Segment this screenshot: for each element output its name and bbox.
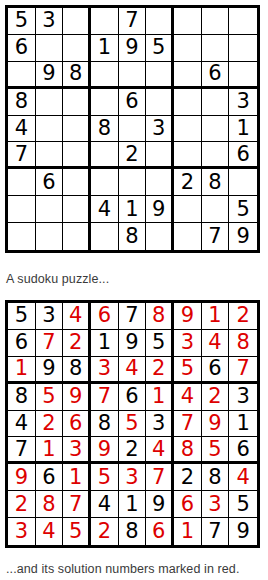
puzzle-cell-r8c8	[202, 196, 230, 223]
puzzle-cell-r3c3: 8	[63, 62, 91, 89]
puzzle-cell-r4c4	[91, 89, 119, 116]
solution-cell-r7c4: 5	[91, 464, 119, 491]
solution-cell-r6c7: 8	[174, 437, 202, 464]
puzzle-cell-r5c5	[119, 116, 147, 143]
puzzle-cell-r3c2: 9	[36, 62, 64, 89]
solution-cell-r5c5: 5	[119, 411, 147, 438]
puzzle-cell-r2c9	[229, 35, 257, 62]
puzzle-cell-r8c9: 5	[229, 196, 257, 223]
solution-cell-r1c2: 3	[36, 303, 64, 330]
puzzle-cell-r5c6: 3	[146, 116, 174, 143]
puzzle-cell-r7c6	[146, 169, 174, 196]
puzzle-cell-r3c4	[91, 62, 119, 89]
puzzle-cell-r4c6	[146, 89, 174, 116]
puzzle-cell-r2c2	[36, 35, 64, 62]
puzzle-cell-r1c4	[91, 8, 119, 35]
solution-cell-r3c2: 9	[36, 357, 64, 384]
puzzle-cell-r3c7	[174, 62, 202, 89]
puzzle-cell-r7c9	[229, 169, 257, 196]
solution-cell-r3c7: 5	[174, 357, 202, 384]
puzzle-cell-r5c7	[174, 116, 202, 143]
solution-cell-r6c3: 3	[63, 437, 91, 464]
solution-cell-r2c3: 2	[63, 330, 91, 357]
solution-cell-r7c1: 9	[8, 464, 36, 491]
solution-cell-r1c8: 1	[202, 303, 230, 330]
solution-cell-r9c7: 1	[174, 518, 202, 545]
puzzle-cell-r9c1	[8, 223, 36, 250]
puzzle-cell-r9c5: 8	[119, 223, 147, 250]
solution-cell-r3c3: 8	[63, 357, 91, 384]
puzzle-cell-r5c1: 4	[8, 116, 36, 143]
solution-cell-r6c2: 1	[36, 437, 64, 464]
solution-cell-r9c5: 8	[119, 518, 147, 545]
puzzle-cell-r6c8	[202, 142, 230, 169]
puzzle-cell-r7c4	[91, 169, 119, 196]
solution-cell-r9c9: 9	[229, 518, 257, 545]
puzzle-cell-r2c6: 5	[146, 35, 174, 62]
solution-cell-r5c8: 9	[202, 411, 230, 438]
solution-cell-r2c6: 5	[146, 330, 174, 357]
puzzle-cell-r1c7	[174, 8, 202, 35]
puzzle-cell-r7c3	[63, 169, 91, 196]
solution-cell-r4c3: 9	[63, 384, 91, 411]
solution-cell-r5c4: 8	[91, 411, 119, 438]
puzzle-cell-r1c9	[229, 8, 257, 35]
solution-cell-r7c2: 6	[36, 464, 64, 491]
solution-cell-r8c5: 1	[119, 491, 147, 518]
puzzle-cell-r4c2	[36, 89, 64, 116]
puzzle-cell-r2c1: 6	[8, 35, 36, 62]
puzzle-cell-r7c7: 2	[174, 169, 202, 196]
solution-cell-r8c7: 6	[174, 491, 202, 518]
puzzle-cell-r1c1: 5	[8, 8, 36, 35]
solution-cell-r1c3: 4	[63, 303, 91, 330]
puzzle-cell-r5c9: 1	[229, 116, 257, 143]
puzzle-cell-r2c3	[63, 35, 91, 62]
solution-cell-r2c2: 7	[36, 330, 64, 357]
sudoku-puzzle-grid: 537619598686348317266284195879	[5, 5, 260, 253]
solution-cell-r5c9: 1	[229, 411, 257, 438]
solution-cell-r2c1: 6	[8, 330, 36, 357]
solution-cell-r3c4: 3	[91, 357, 119, 384]
solution-cell-r1c9: 2	[229, 303, 257, 330]
solution-cell-r9c2: 4	[36, 518, 64, 545]
solution-cell-r7c9: 4	[229, 464, 257, 491]
solution-cell-r5c2: 2	[36, 411, 64, 438]
puzzle-cell-r6c1: 7	[8, 142, 36, 169]
solution-cell-r5c1: 4	[8, 411, 36, 438]
solution-cell-r2c4: 1	[91, 330, 119, 357]
solution-cell-r6c6: 4	[146, 437, 174, 464]
solution-cell-r4c9: 3	[229, 384, 257, 411]
solution-cell-r8c2: 8	[36, 491, 64, 518]
puzzle-cell-r9c2	[36, 223, 64, 250]
puzzle-cell-r8c6: 9	[146, 196, 174, 223]
solution-cell-r2c9: 8	[229, 330, 257, 357]
solution-cell-r6c4: 9	[91, 437, 119, 464]
puzzle-cell-r6c5: 2	[119, 142, 147, 169]
solution-cell-r1c4: 6	[91, 303, 119, 330]
solution-cell-r4c7: 4	[174, 384, 202, 411]
solution-cell-r8c1: 2	[8, 491, 36, 518]
puzzle-cell-r3c6	[146, 62, 174, 89]
puzzle-cell-r7c1	[8, 169, 36, 196]
puzzle-cell-r9c6	[146, 223, 174, 250]
puzzle-cell-r3c1	[8, 62, 36, 89]
solution-cell-r9c8: 7	[202, 518, 230, 545]
solution-cell-r5c6: 3	[146, 411, 174, 438]
solution-cell-r7c7: 2	[174, 464, 202, 491]
solution-cell-r3c5: 4	[119, 357, 147, 384]
puzzle-cell-r4c9: 3	[229, 89, 257, 116]
puzzle-cell-r7c8: 8	[202, 169, 230, 196]
puzzle-cell-r4c5: 6	[119, 89, 147, 116]
solution-cell-r9c3: 5	[63, 518, 91, 545]
solution-cell-r4c2: 5	[36, 384, 64, 411]
puzzle-cell-r3c9	[229, 62, 257, 89]
puzzle-cell-r6c3	[63, 142, 91, 169]
puzzle-cell-r8c5: 1	[119, 196, 147, 223]
solution-cell-r8c6: 9	[146, 491, 174, 518]
solution-cell-r2c7: 3	[174, 330, 202, 357]
solution-cell-r4c8: 2	[202, 384, 230, 411]
puzzle-cell-r8c1	[8, 196, 36, 223]
puzzle-cell-r6c2	[36, 142, 64, 169]
puzzle-cell-r9c9: 9	[229, 223, 257, 250]
solution-cell-r8c8: 3	[202, 491, 230, 518]
solution-cell-r2c8: 4	[202, 330, 230, 357]
puzzle-cell-r5c4: 8	[91, 116, 119, 143]
puzzle-cell-r5c8	[202, 116, 230, 143]
puzzle-cell-r6c9: 6	[229, 142, 257, 169]
sudoku-solution-grid: 5346789126721953481983425678597614234268…	[5, 300, 260, 548]
solution-cell-r4c6: 1	[146, 384, 174, 411]
puzzle-cell-r4c3	[63, 89, 91, 116]
puzzle-cell-r7c2: 6	[36, 169, 64, 196]
solution-cell-r1c5: 7	[119, 303, 147, 330]
puzzle-cell-r8c7	[174, 196, 202, 223]
solution-cell-r8c4: 4	[91, 491, 119, 518]
puzzle-cell-r2c8	[202, 35, 230, 62]
puzzle-cell-r5c3	[63, 116, 91, 143]
puzzle-cell-r9c4	[91, 223, 119, 250]
solution-cell-r3c6: 2	[146, 357, 174, 384]
solution-cell-r6c5: 2	[119, 437, 147, 464]
solution-cell-r4c4: 7	[91, 384, 119, 411]
solution-cell-r1c6: 8	[146, 303, 174, 330]
puzzle-cell-r4c8	[202, 89, 230, 116]
solution-cell-r3c1: 1	[8, 357, 36, 384]
solution-cell-r7c6: 7	[146, 464, 174, 491]
puzzle-cell-r3c5	[119, 62, 147, 89]
solution-cell-r3c9: 7	[229, 357, 257, 384]
puzzle-cell-r9c7	[174, 223, 202, 250]
solution-cell-r4c1: 8	[8, 384, 36, 411]
puzzle-cell-r9c8: 7	[202, 223, 230, 250]
puzzle-caption: A sudoku puzzle...	[6, 272, 268, 286]
puzzle-cell-r3c8: 6	[202, 62, 230, 89]
puzzle-cell-r8c2	[36, 196, 64, 223]
puzzle-cell-r9c3	[63, 223, 91, 250]
solution-cell-r1c7: 9	[174, 303, 202, 330]
solution-cell-r6c9: 6	[229, 437, 257, 464]
solution-cell-r9c1: 3	[8, 518, 36, 545]
puzzle-cell-r2c5: 9	[119, 35, 147, 62]
solution-caption: ...and its solution numbers marked in re…	[6, 562, 268, 576]
puzzle-cell-r6c6	[146, 142, 174, 169]
puzzle-cell-r1c2: 3	[36, 8, 64, 35]
puzzle-cell-r1c5: 7	[119, 8, 147, 35]
puzzle-cell-r7c5	[119, 169, 147, 196]
solution-cell-r6c1: 7	[8, 437, 36, 464]
puzzle-cell-r1c6	[146, 8, 174, 35]
puzzle-cell-r4c1: 8	[8, 89, 36, 116]
solution-cell-r9c4: 2	[91, 518, 119, 545]
puzzle-cell-r4c7	[174, 89, 202, 116]
solution-cell-r8c9: 5	[229, 491, 257, 518]
puzzle-cell-r1c8	[202, 8, 230, 35]
solution-cell-r6c8: 5	[202, 437, 230, 464]
solution-cell-r2c5: 9	[119, 330, 147, 357]
solution-cell-r1c1: 5	[8, 303, 36, 330]
solution-cell-r7c5: 3	[119, 464, 147, 491]
puzzle-cell-r8c4: 4	[91, 196, 119, 223]
solution-cell-r8c3: 7	[63, 491, 91, 518]
solution-cell-r5c7: 7	[174, 411, 202, 438]
puzzle-cell-r2c7	[174, 35, 202, 62]
solution-cell-r5c3: 6	[63, 411, 91, 438]
puzzle-cell-r6c7	[174, 142, 202, 169]
puzzle-cell-r5c2	[36, 116, 64, 143]
solution-cell-r3c8: 6	[202, 357, 230, 384]
puzzle-cell-r2c4: 1	[91, 35, 119, 62]
solution-cell-r7c3: 1	[63, 464, 91, 491]
puzzle-cell-r8c3	[63, 196, 91, 223]
puzzle-cell-r6c4	[91, 142, 119, 169]
solution-cell-r9c6: 6	[146, 518, 174, 545]
solution-cell-r7c8: 8	[202, 464, 230, 491]
puzzle-cell-r1c3	[63, 8, 91, 35]
solution-cell-r4c5: 6	[119, 384, 147, 411]
